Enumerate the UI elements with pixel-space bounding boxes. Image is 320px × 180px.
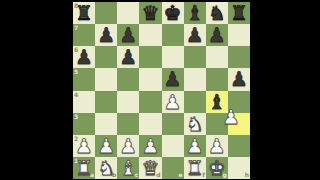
square-g2[interactable]: ♟ bbox=[206, 135, 228, 157]
chess-board: 8♜♛♚♝♞♜7♟♟♟♟6♟♟5♟♟4♟♝3♞♟2♟♟♟♟♟♟1a♜b♞c♝d♛… bbox=[73, 2, 250, 179]
square-b5[interactable] bbox=[95, 68, 117, 90]
square-a1[interactable]: 1a♜ bbox=[73, 157, 95, 179]
black-pawn-icon[interactable]: ♟ bbox=[95, 24, 117, 46]
letterbox-left bbox=[0, 0, 73, 180]
square-e7[interactable] bbox=[162, 24, 184, 46]
black-pawn-icon[interactable]: ♟ bbox=[162, 68, 184, 90]
square-g7[interactable]: ♟ bbox=[206, 24, 228, 46]
square-f1[interactable]: f♜ bbox=[184, 157, 206, 179]
white-rook-icon[interactable]: ♜ bbox=[184, 157, 206, 179]
square-a6[interactable]: 6♟ bbox=[73, 46, 95, 68]
square-a4[interactable]: 4 bbox=[73, 91, 95, 113]
square-e8[interactable]: ♚ bbox=[162, 2, 184, 24]
square-h7[interactable] bbox=[228, 24, 250, 46]
square-d2[interactable]: ♟ bbox=[139, 135, 161, 157]
square-b6[interactable] bbox=[95, 46, 117, 68]
rank-label-4: 4 bbox=[74, 92, 78, 98]
square-f4[interactable] bbox=[184, 91, 206, 113]
square-e5[interactable]: ♟ bbox=[162, 68, 184, 90]
square-a2[interactable]: 2♟ bbox=[73, 135, 95, 157]
square-c8[interactable] bbox=[117, 2, 139, 24]
white-pawn-icon[interactable]: ♟ bbox=[139, 135, 161, 157]
rank-label-7: 7 bbox=[74, 25, 78, 31]
square-f8[interactable]: ♝ bbox=[184, 2, 206, 24]
black-pawn-icon[interactable]: ♟ bbox=[73, 46, 95, 68]
black-rook-icon[interactable]: ♜ bbox=[228, 2, 250, 24]
square-d8[interactable]: ♛ bbox=[139, 2, 161, 24]
square-e1[interactable]: e bbox=[162, 157, 184, 179]
square-c1[interactable]: c♝ bbox=[117, 157, 139, 179]
square-e2[interactable] bbox=[162, 135, 184, 157]
file-label-h: h bbox=[245, 172, 249, 178]
square-d3[interactable] bbox=[139, 113, 161, 135]
rank-label-3: 3 bbox=[74, 114, 78, 120]
black-pawn-icon[interactable]: ♟ bbox=[206, 24, 228, 46]
white-king-icon[interactable]: ♚ bbox=[206, 157, 228, 179]
square-c4[interactable] bbox=[117, 91, 139, 113]
white-pawn-icon[interactable]: ♟ bbox=[220, 106, 242, 128]
black-queen-icon[interactable]: ♛ bbox=[139, 2, 161, 24]
square-a8[interactable]: 8♜ bbox=[73, 2, 95, 24]
square-d7[interactable] bbox=[139, 24, 161, 46]
square-g5[interactable] bbox=[206, 68, 228, 90]
square-h2[interactable] bbox=[228, 135, 250, 157]
square-e6[interactable] bbox=[162, 46, 184, 68]
white-pawn-icon[interactable]: ♟ bbox=[73, 135, 95, 157]
square-b8[interactable] bbox=[95, 2, 117, 24]
square-a3[interactable]: 3 bbox=[73, 113, 95, 135]
square-f3[interactable]: ♞ bbox=[184, 113, 206, 135]
black-bishop-icon[interactable]: ♝ bbox=[184, 2, 206, 24]
square-c2[interactable]: ♟ bbox=[117, 135, 139, 157]
square-a5[interactable]: 5 bbox=[73, 68, 95, 90]
black-pawn-icon[interactable]: ♟ bbox=[117, 24, 139, 46]
square-d4[interactable] bbox=[139, 91, 161, 113]
square-b1[interactable]: b♞ bbox=[95, 157, 117, 179]
white-knight-icon[interactable]: ♞ bbox=[95, 157, 117, 179]
white-knight-icon[interactable]: ♞ bbox=[184, 113, 206, 135]
white-pawn-icon[interactable]: ♟ bbox=[162, 91, 184, 113]
square-a7[interactable]: 7 bbox=[73, 24, 95, 46]
square-h3[interactable]: ♟ bbox=[228, 113, 250, 135]
white-pawn-icon[interactable]: ♟ bbox=[117, 135, 139, 157]
square-d1[interactable]: d♛ bbox=[139, 157, 161, 179]
black-knight-icon[interactable]: ♞ bbox=[206, 2, 228, 24]
square-b7[interactable]: ♟ bbox=[95, 24, 117, 46]
black-rook-icon[interactable]: ♜ bbox=[73, 2, 95, 24]
square-f5[interactable] bbox=[184, 68, 206, 90]
white-pawn-icon[interactable]: ♟ bbox=[184, 135, 206, 157]
rank-label-5: 5 bbox=[74, 69, 78, 75]
square-h1[interactable]: h bbox=[228, 157, 250, 179]
file-label-e: e bbox=[179, 172, 183, 178]
square-g6[interactable] bbox=[206, 46, 228, 68]
square-f6[interactable] bbox=[184, 46, 206, 68]
square-c7[interactable]: ♟ bbox=[117, 24, 139, 46]
letterbox-right bbox=[250, 0, 320, 180]
square-f2[interactable]: ♟ bbox=[184, 135, 206, 157]
square-d5[interactable] bbox=[139, 68, 161, 90]
square-h5[interactable]: ♟ bbox=[228, 68, 250, 90]
square-h6[interactable] bbox=[228, 46, 250, 68]
square-g8[interactable]: ♞ bbox=[206, 2, 228, 24]
square-b2[interactable]: ♟ bbox=[95, 135, 117, 157]
white-queen-icon[interactable]: ♛ bbox=[139, 157, 161, 179]
white-bishop-icon[interactable]: ♝ bbox=[117, 157, 139, 179]
square-c3[interactable] bbox=[117, 113, 139, 135]
square-h8[interactable]: ♜ bbox=[228, 2, 250, 24]
square-b4[interactable] bbox=[95, 91, 117, 113]
square-e3[interactable] bbox=[162, 113, 184, 135]
square-c5[interactable] bbox=[117, 68, 139, 90]
square-f7[interactable]: ♟ bbox=[184, 24, 206, 46]
white-pawn-icon[interactable]: ♟ bbox=[206, 135, 228, 157]
white-pawn-icon[interactable]: ♟ bbox=[95, 135, 117, 157]
square-c6[interactable]: ♟ bbox=[117, 46, 139, 68]
black-pawn-icon[interactable]: ♟ bbox=[184, 24, 206, 46]
white-rook-icon[interactable]: ♜ bbox=[73, 157, 95, 179]
black-king-icon[interactable]: ♚ bbox=[162, 2, 184, 24]
video-frame: 8♜♛♚♝♞♜7♟♟♟♟6♟♟5♟♟4♟♝3♞♟2♟♟♟♟♟♟1a♜b♞c♝d♛… bbox=[0, 0, 320, 180]
square-g1[interactable]: g♚ bbox=[206, 157, 228, 179]
black-pawn-icon[interactable]: ♟ bbox=[117, 46, 139, 68]
square-e4[interactable]: ♟ bbox=[162, 91, 184, 113]
black-pawn-icon[interactable]: ♟ bbox=[228, 68, 250, 90]
square-d6[interactable] bbox=[139, 46, 161, 68]
square-b3[interactable] bbox=[95, 113, 117, 135]
